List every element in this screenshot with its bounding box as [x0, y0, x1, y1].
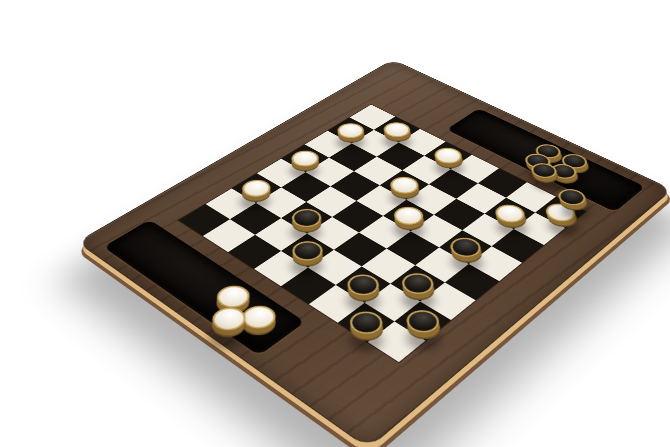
product-photo-stage: [0, 0, 670, 447]
board-scene: [0, 0, 670, 447]
checkers-board: [76, 59, 670, 447]
